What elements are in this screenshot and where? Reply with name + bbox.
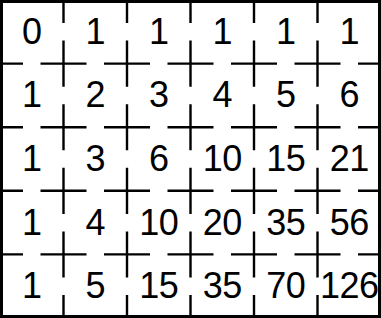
grid-cell: 1: [127, 0, 191, 64]
grid-cell: 0: [0, 0, 64, 64]
grid-cell: 10: [191, 127, 255, 191]
grid-cell: 15: [254, 127, 318, 191]
grid-cell: 5: [254, 64, 318, 128]
grid-cell: 126: [318, 254, 381, 318]
grid-cell: 3: [64, 127, 128, 191]
grid-cell: 35: [191, 254, 255, 318]
grid-cell: 56: [318, 191, 381, 255]
grid-cells: 0 1 1 1 1 1 1 2 3 4 5 6 1 3 6 10 15 21 1…: [0, 0, 381, 318]
grid-cell: 10: [127, 191, 191, 255]
grid-cell: 70: [254, 254, 318, 318]
grid-cell: 6: [318, 64, 381, 128]
grid-cell: 4: [64, 191, 128, 255]
grid-cell: 1: [0, 254, 64, 318]
grid-cell: 1: [0, 191, 64, 255]
grid-cell: 35: [254, 191, 318, 255]
grid-cell: 21: [318, 127, 381, 191]
grid-cell: 1: [64, 0, 128, 64]
grid-cell: 1: [254, 0, 318, 64]
grid-cell: 5: [64, 254, 128, 318]
grid-cell: 20: [191, 191, 255, 255]
grid-cell: 1: [0, 127, 64, 191]
grid-cell: 1: [0, 64, 64, 128]
grid-cell: 6: [127, 127, 191, 191]
grid-cell: 3: [127, 64, 191, 128]
grid-cell: 1: [191, 0, 255, 64]
number-grid-board: 0 1 1 1 1 1 1 2 3 4 5 6 1 3 6 10 15 21 1…: [0, 0, 381, 318]
grid-cell: 4: [191, 64, 255, 128]
grid-cell: 1: [318, 0, 381, 64]
grid-cell: 2: [64, 64, 128, 128]
grid-cell: 15: [127, 254, 191, 318]
